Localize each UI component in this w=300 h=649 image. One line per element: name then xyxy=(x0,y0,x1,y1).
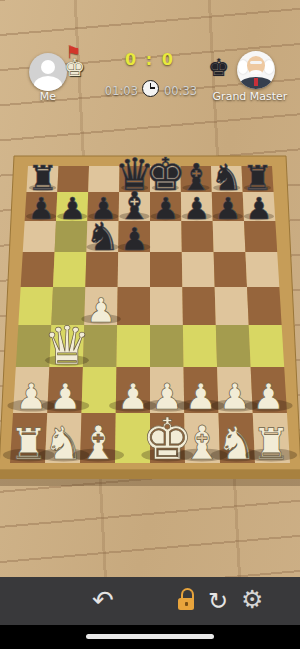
home-indicator[interactable] xyxy=(86,634,214,639)
clock-icon xyxy=(142,80,159,97)
piece-black-pawn-a7[interactable]: ♟ xyxy=(28,191,55,226)
piece-white-pawn-g2[interactable]: ♟ xyxy=(219,376,251,417)
player-name-me: Me xyxy=(8,90,88,103)
square-f3[interactable] xyxy=(183,325,217,367)
piece-black-pawn-g7[interactable]: ♟ xyxy=(214,191,241,226)
square-h4[interactable] xyxy=(247,287,282,325)
square-d3[interactable] xyxy=(116,325,150,367)
piece-black-pawn-e7[interactable]: ♟ xyxy=(152,191,179,226)
square-b8[interactable] xyxy=(57,166,89,192)
square-b5[interactable] xyxy=(53,252,86,287)
black-king-icon: ♚ xyxy=(208,56,230,80)
square-e5[interactable] xyxy=(150,252,182,287)
square-g4[interactable] xyxy=(215,287,249,325)
padlock-icon[interactable] xyxy=(178,587,194,613)
bottom-toolbar: ↶ ↻ ⚙ xyxy=(0,577,300,625)
piece-white-pawn-h2[interactable]: ♟ xyxy=(253,376,285,417)
avatar-me[interactable] xyxy=(29,53,67,91)
player-name-grand-master: Grand Master xyxy=(200,90,300,103)
piece-white-pawn-b2[interactable]: ♟ xyxy=(49,376,81,417)
settings-gear-icon[interactable]: ⚙ xyxy=(241,587,263,613)
piece-black-pawn-f7[interactable]: ♟ xyxy=(183,191,210,226)
piece-black-pawn-b7[interactable]: ♟ xyxy=(59,191,86,226)
square-d4[interactable] xyxy=(117,287,150,325)
home-indicator-area xyxy=(0,625,300,649)
piece-black-pawn-h7[interactable]: ♟ xyxy=(245,191,272,226)
square-g5[interactable] xyxy=(214,252,247,287)
rotate-board-icon[interactable]: ↻ xyxy=(208,588,228,614)
score-display: 0 : 0 xyxy=(100,50,200,69)
white-king-icon: ♚ xyxy=(64,56,86,80)
person-silhouette-icon xyxy=(41,60,55,74)
square-a5[interactable] xyxy=(21,252,55,287)
square-e4[interactable] xyxy=(150,287,183,325)
piece-white-bishop-c1[interactable]: ♝ xyxy=(77,416,119,470)
piece-white-rook-h1[interactable]: ♜ xyxy=(252,419,291,469)
square-f5[interactable] xyxy=(182,252,215,287)
avatar-grand-master[interactable] xyxy=(237,51,275,89)
square-e3[interactable] xyxy=(150,325,184,367)
piece-black-pawn-d6[interactable]: ♟ xyxy=(120,221,148,257)
square-f4[interactable] xyxy=(182,287,215,325)
piece-white-queen-b3[interactable]: ♛ xyxy=(43,315,91,376)
piece-white-pawn-a2[interactable]: ♟ xyxy=(15,376,47,417)
square-h5[interactable] xyxy=(245,252,279,287)
piece-black-knight-c6[interactable]: ♞ xyxy=(85,214,120,259)
square-h3[interactable] xyxy=(249,325,284,367)
app-screen: ♜♛♚♝♞♜♟♟♟♝♟♟♟♟♞♟♟♛♟♟♟♟♟♟♟♜♞♝♚♝♞♜ ⚑ ♚ Me … xyxy=(0,0,300,649)
undo-icon[interactable]: ↶ xyxy=(92,587,114,613)
square-d5[interactable] xyxy=(118,252,150,287)
timer-white: 01:03 xyxy=(92,84,138,98)
square-g3[interactable] xyxy=(216,325,251,367)
